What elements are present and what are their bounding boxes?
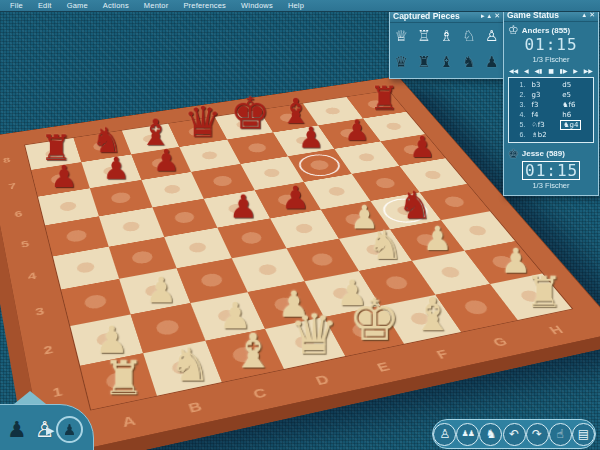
white-rook[interactable]: ♜ <box>525 271 563 313</box>
top-time-control: 1/3 Fischer <box>504 54 598 66</box>
red-pawn[interactable]: ♟ <box>344 116 370 145</box>
captured-white-piece-icon: ♗ <box>440 27 453 45</box>
move-row: 3.f3♞f6 <box>511 100 591 110</box>
redo-move-button[interactable]: ↷ <box>526 423 549 446</box>
black-move[interactable]: h6 <box>560 111 591 119</box>
black-move-text: e5 <box>560 91 573 99</box>
move-row: 5.♘f3♞g4 <box>511 120 591 130</box>
captured-close-button[interactable]: ✕ <box>494 12 500 20</box>
white-move-text: ♗b2 <box>529 131 548 139</box>
quick-toolbar: ♙♟♟♞↶↷☝▤ <box>432 419 596 449</box>
white-knight[interactable]: ♞ <box>169 342 210 388</box>
menu-file[interactable]: File <box>10 1 23 10</box>
black-move-text: d5 <box>560 81 573 89</box>
file-label: E <box>350 354 417 379</box>
white-move-text: f3 <box>529 101 540 109</box>
captured-white-piece-icon: ♙ <box>485 27 498 45</box>
menu-help[interactable]: Help <box>288 1 304 10</box>
move-number: 1. <box>511 81 529 88</box>
captured-white-piece-icon: ♕ <box>395 27 408 45</box>
red-rook[interactable]: ♜ <box>370 82 399 115</box>
menu-bar: FileEditGameActionsMentorPreferencesWind… <box>0 0 600 12</box>
rank-label: 2 <box>35 329 62 373</box>
captured-pieces-window: Captured Pieces ▸▴✕ ♕♖♗♘♙ ♛♜♝♞♟ <box>389 9 504 79</box>
square-b5[interactable] <box>99 207 164 246</box>
dark-pawn-icon: ♟ <box>7 419 27 441</box>
step-back-button[interactable]: ◀▮ <box>534 67 542 74</box>
red-pawn[interactable]: ♟ <box>229 190 258 222</box>
white-move-text: b3 <box>529 81 542 89</box>
rank-label: 4 <box>20 258 45 295</box>
white-king-icon: ♔ <box>508 24 519 36</box>
captured-black-piece-icon: ♟ <box>485 53 498 71</box>
status-window-buttons: ▴✕ <box>583 11 595 19</box>
captured-white-row: ♕♖♗♘♙ <box>390 23 503 49</box>
move-number: 3. <box>511 101 529 108</box>
step-forward-button[interactable]: ▮▶ <box>560 67 568 74</box>
move-number: 4. <box>511 111 529 118</box>
fast-back-button[interactable]: ◀ <box>524 67 529 74</box>
hint-button[interactable]: ♞ <box>479 423 502 446</box>
captured-black-piece-icon: ♛ <box>395 53 408 71</box>
move-now-button[interactable]: ☝ <box>549 423 572 446</box>
black-move-text: h6 <box>560 111 573 119</box>
captured-white-piece-icon: ♘ <box>462 27 475 45</box>
file-label: G <box>467 330 532 354</box>
square-h1[interactable]: ♜ <box>490 274 572 320</box>
rank-label: 7 <box>2 172 23 201</box>
white-pawn[interactable]: ♟ <box>423 222 453 255</box>
captured-maximize-button[interactable]: ▴ <box>488 12 492 20</box>
white-move-text: g3 <box>529 91 542 99</box>
white-move[interactable]: ♘f3 <box>529 121 560 129</box>
menu-mentor[interactable]: Mentor <box>144 1 169 10</box>
file-label: F <box>409 342 475 367</box>
menu-preferences[interactable]: Preferences <box>183 1 226 10</box>
white-move[interactable]: ♗b2 <box>529 131 560 139</box>
move-row: 2.g3e5 <box>511 90 591 100</box>
top-player-name: Anders (855) <box>522 26 570 35</box>
game-notation-button[interactable]: ▤ <box>572 423 595 446</box>
setup-position-button[interactable]: ♙ <box>433 423 456 446</box>
status-maximize-button[interactable]: ▴ <box>583 11 587 19</box>
top-player: ♔ Anders (855) <box>504 22 598 36</box>
piece-sets-button[interactable]: ♟♟ <box>456 423 479 446</box>
play-arrow-icon[interactable]: ▶ <box>46 424 54 437</box>
black-move-text: ♞f6 <box>560 101 577 109</box>
file-label: B <box>160 394 230 422</box>
file-label: H <box>524 318 588 341</box>
move-row: 4.f4h6 <box>511 110 591 120</box>
status-close-button[interactable]: ✕ <box>589 11 595 19</box>
top-player-clock: 01:15 <box>504 36 598 54</box>
white-move[interactable]: f3 <box>529 101 560 109</box>
move-row: 1.b3d5 <box>511 80 591 90</box>
white-rook[interactable]: ♜ <box>103 355 145 402</box>
red-pawn[interactable]: ♟ <box>153 145 180 175</box>
file-label: A <box>93 407 164 435</box>
chess-board[interactable]: ♜♞♝♛♚♝♜♟♟♟♟♟♟♟♟♟♞♟♞♟♟♟♟♟♟♜♞♝♛♚♝♜ <box>24 90 573 410</box>
captured-black-piece-icon: ♜ <box>417 53 430 71</box>
black-king-icon: ♚ <box>508 148 519 160</box>
menu-edit[interactable]: Edit <box>38 1 52 10</box>
expand-panel-button[interactable] <box>14 391 46 404</box>
black-move[interactable] <box>560 131 591 139</box>
white-pawn[interactable]: ♟ <box>145 273 177 309</box>
white-move-text: ♘f3 <box>529 121 546 129</box>
file-label: C <box>225 380 294 407</box>
move-number: 5. <box>511 121 529 128</box>
red-king[interactable]: ♚ <box>230 91 270 135</box>
red-pawn[interactable]: ♟ <box>409 132 435 161</box>
captured-black-row: ♛♜♝♞♟ <box>390 49 503 75</box>
move-row: 6.♗b2 <box>511 130 591 140</box>
black-move[interactable]: d5 <box>560 81 591 89</box>
menu-game[interactable]: Game <box>67 1 88 10</box>
captured-pieces-title: Captured Pieces <box>393 11 460 21</box>
captured-white-piece-icon: ♖ <box>417 27 430 45</box>
red-pawn[interactable]: ♟ <box>298 123 324 152</box>
red-pawn[interactable]: ♟ <box>102 153 129 183</box>
fast-forward-button[interactable]: ▶ <box>573 67 578 74</box>
jump-to-start-button[interactable]: ◀◀ <box>509 67 518 74</box>
black-move[interactable]: ♞f6 <box>560 101 591 109</box>
white-move[interactable]: g3 <box>529 91 560 99</box>
captured-black-piece-icon: ♝ <box>440 53 453 71</box>
white-queen[interactable]: ♛ <box>289 306 339 362</box>
captured-black-piece-icon: ♞ <box>462 53 475 71</box>
bottom-time-control: 1/3 Fischer <box>504 180 598 192</box>
undo-move-button[interactable]: ↶ <box>503 423 526 446</box>
pawn-circle-button[interactable]: ♟ <box>56 416 83 443</box>
move-number: 2. <box>511 91 529 98</box>
playback-controls: ◀◀◀◀▮■▮▶▶▶▶ <box>504 66 598 76</box>
game-status-window: Game Status ▴✕ ♔ Anders (855) 01:15 1/3 … <box>503 8 599 196</box>
white-king[interactable]: ♚ <box>348 291 400 349</box>
rank-label: 3 <box>27 292 53 332</box>
bottom-player-name: Jesse (589) <box>522 149 565 158</box>
white-bishop[interactable]: ♝ <box>412 291 453 337</box>
rank-label: 8 <box>0 147 17 174</box>
menu-windows[interactable]: Windows <box>241 1 273 10</box>
rank-label: 5 <box>14 227 37 261</box>
captured-window-buttons: ▸▴✕ <box>481 12 500 20</box>
stop-button[interactable]: ■ <box>548 67 554 74</box>
file-label: D <box>288 367 356 393</box>
white-move[interactable]: f4 <box>529 111 560 119</box>
menu-actions[interactable]: Actions <box>103 1 129 10</box>
red-queen[interactable]: ♛ <box>184 101 222 143</box>
bottom-player-clock: 01:15 <box>522 161 580 181</box>
bottom-player: ♚ Jesse (589) <box>504 146 598 160</box>
rank-label: 6 <box>8 198 30 230</box>
move-number: 6. <box>511 131 529 138</box>
black-move[interactable]: e5 <box>560 91 591 99</box>
jump-to-end-button[interactable]: ▶▶ <box>584 67 593 74</box>
black-move[interactable]: ♞g4 <box>560 120 591 130</box>
red-pawn[interactable]: ♟ <box>50 161 78 192</box>
move-list[interactable]: 1.b3d52.g3e53.f3♞f64.f4h65.♘f3♞g46.♗b2 <box>508 77 594 143</box>
white-knight[interactable]: ♞ <box>367 225 403 265</box>
white-move[interactable]: b3 <box>529 81 560 89</box>
red-pawn[interactable]: ♟ <box>281 182 309 214</box>
white-bishop[interactable]: ♝ <box>231 327 274 375</box>
black-move-text: ♞g4 <box>560 120 581 130</box>
white-move-text: f4 <box>529 111 540 119</box>
captured-shade-button[interactable]: ▸ <box>481 12 485 20</box>
